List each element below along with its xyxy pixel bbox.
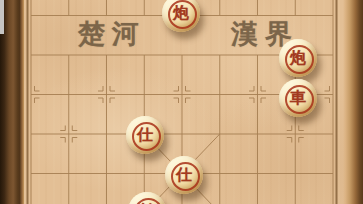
screen-edge-artifact: [0, 0, 4, 34]
river-label-chu-he: 楚河: [78, 19, 146, 49]
piece-glyph: 仕: [137, 127, 153, 143]
piece-glyph: 炮: [290, 50, 306, 66]
piece-red-advisor[interactable]: 仕: [165, 156, 203, 194]
piece-glyph: 帥: [139, 203, 155, 204]
piece-glyph: 車: [290, 90, 306, 106]
piece-red-chariot[interactable]: 車: [279, 79, 317, 117]
board-right-frame: [343, 0, 363, 204]
piece-red-cannon[interactable]: 炮: [279, 39, 317, 77]
piece-red-advisor[interactable]: 仕: [126, 116, 164, 154]
piece-glyph: 仕: [176, 167, 192, 183]
xiangqi-board[interactable]: 楚河 漢界 炮炮車仕仕帥: [0, 0, 363, 204]
piece-glyph: 炮: [173, 5, 189, 21]
